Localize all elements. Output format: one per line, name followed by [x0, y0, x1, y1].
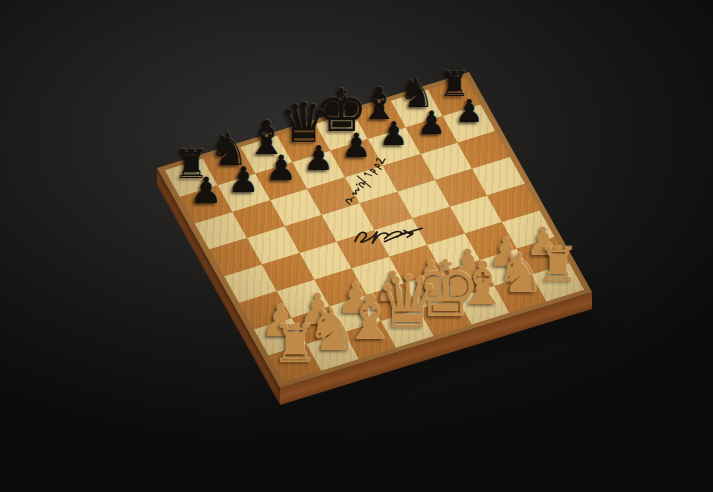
photo-scene: ♜♞♝♛♚♝♞♜♟♟♟♟♟♟♟♟♟♟♟♟♟♟♟♟♜♞♝♛♚♝♞♜ [0, 0, 713, 492]
chess-board [157, 72, 592, 388]
board-squares-grid [165, 78, 584, 383]
